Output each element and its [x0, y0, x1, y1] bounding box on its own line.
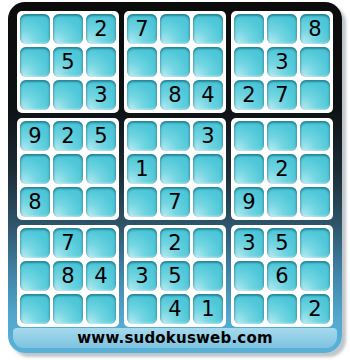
cell-r1c9[interactable]: 8 — [300, 14, 330, 44]
cell-r5c5[interactable] — [160, 154, 190, 184]
box-2-1: 9258 — [17, 118, 119, 220]
cell-r8c3[interactable]: 4 — [86, 261, 116, 291]
cell-r6c6[interactable] — [193, 187, 223, 217]
cell-r4c3[interactable]: 5 — [86, 121, 116, 151]
cell-r1c5[interactable] — [160, 14, 190, 44]
given-digit: 4 — [168, 299, 181, 320]
cell-r6c9[interactable] — [300, 187, 330, 217]
given-digit: 9 — [28, 126, 41, 147]
cell-r2c8[interactable]: 3 — [267, 47, 297, 77]
cell-r9c1[interactable] — [20, 294, 50, 324]
given-digit: 8 — [168, 85, 181, 106]
box-2-2: 317 — [124, 118, 226, 220]
cell-r2c4[interactable] — [127, 47, 157, 77]
cell-r7c3[interactable] — [86, 228, 116, 258]
footer-bar: www.sudokusweb.com — [13, 328, 337, 348]
cell-r5c3[interactable] — [86, 154, 116, 184]
page: 2537848327925831729784235413562 www.sudo… — [0, 0, 350, 360]
given-digit: 5 — [275, 233, 288, 254]
given-digit: 7 — [168, 192, 181, 213]
cell-r4c6[interactable]: 3 — [193, 121, 223, 151]
cell-r3c9[interactable] — [300, 80, 330, 110]
cell-r5c8[interactable]: 2 — [267, 154, 297, 184]
cell-r7c7[interactable]: 3 — [234, 228, 264, 258]
cell-r3c5[interactable]: 8 — [160, 80, 190, 110]
given-digit: 9 — [242, 192, 255, 213]
cell-r5c1[interactable] — [20, 154, 50, 184]
cell-r7c5[interactable]: 2 — [160, 228, 190, 258]
given-digit: 3 — [275, 52, 288, 73]
cell-r9c3[interactable] — [86, 294, 116, 324]
given-digit: 7 — [135, 19, 148, 40]
cell-r4c5[interactable] — [160, 121, 190, 151]
site-url[interactable]: www.sudokusweb.com — [77, 329, 272, 347]
cell-r7c1[interactable] — [20, 228, 50, 258]
given-digit: 2 — [308, 299, 321, 320]
cell-r6c2[interactable] — [53, 187, 83, 217]
box-1-3: 8327 — [231, 11, 333, 113]
sudoku-board: 2537848327925831729784235413562 www.sudo… — [8, 2, 342, 353]
cell-r2c1[interactable] — [20, 47, 50, 77]
cell-r2c3[interactable] — [86, 47, 116, 77]
cell-r4c9[interactable] — [300, 121, 330, 151]
cell-r3c7[interactable]: 2 — [234, 80, 264, 110]
cell-r2c2[interactable]: 5 — [53, 47, 83, 77]
given-digit: 3 — [94, 85, 107, 106]
cell-r9c8[interactable] — [267, 294, 297, 324]
cell-r6c8[interactable] — [267, 187, 297, 217]
cell-r9c5[interactable]: 4 — [160, 294, 190, 324]
cell-r1c2[interactable] — [53, 14, 83, 44]
boxes: 2537848327925831729784235413562 — [17, 11, 333, 327]
given-digit: 8 — [61, 266, 74, 287]
given-digit: 5 — [61, 52, 74, 73]
cell-r5c7[interactable] — [234, 154, 264, 184]
given-digit: 2 — [275, 159, 288, 180]
given-digit: 3 — [135, 266, 148, 287]
cell-r6c1[interactable]: 8 — [20, 187, 50, 217]
given-digit: 8 — [28, 192, 41, 213]
cell-r6c4[interactable] — [127, 187, 157, 217]
box-3-3: 3562 — [231, 225, 333, 327]
cell-r2c7[interactable] — [234, 47, 264, 77]
cell-r5c2[interactable] — [53, 154, 83, 184]
given-digit: 2 — [94, 19, 107, 40]
cell-r5c9[interactable] — [300, 154, 330, 184]
given-digit: 2 — [242, 85, 255, 106]
cell-r1c8[interactable] — [267, 14, 297, 44]
box-2-3: 29 — [231, 118, 333, 220]
cell-r8c1[interactable] — [20, 261, 50, 291]
cell-r6c7[interactable]: 9 — [234, 187, 264, 217]
cell-r4c4[interactable] — [127, 121, 157, 151]
cell-r7c4[interactable] — [127, 228, 157, 258]
cell-r9c7[interactable] — [234, 294, 264, 324]
cell-r7c2[interactable]: 7 — [53, 228, 83, 258]
cell-r4c2[interactable]: 2 — [53, 121, 83, 151]
box-1-1: 253 — [17, 11, 119, 113]
cell-r1c6[interactable] — [193, 14, 223, 44]
cell-r7c8[interactable]: 5 — [267, 228, 297, 258]
cell-r6c5[interactable]: 7 — [160, 187, 190, 217]
cell-r5c6[interactable] — [193, 154, 223, 184]
cell-r1c1[interactable] — [20, 14, 50, 44]
given-digit: 1 — [201, 299, 214, 320]
cell-r3c1[interactable] — [20, 80, 50, 110]
box-3-2: 23541 — [124, 225, 226, 327]
given-digit: 7 — [61, 233, 74, 254]
cell-r1c7[interactable] — [234, 14, 264, 44]
given-digit: 4 — [201, 85, 214, 106]
given-digit: 5 — [94, 126, 107, 147]
cell-r3c3[interactable]: 3 — [86, 80, 116, 110]
cell-r1c3[interactable]: 2 — [86, 14, 116, 44]
cell-r8c4[interactable]: 3 — [127, 261, 157, 291]
cell-r4c1[interactable]: 9 — [20, 121, 50, 151]
cell-r5c4[interactable]: 1 — [127, 154, 157, 184]
given-digit: 1 — [135, 159, 148, 180]
cell-r3c4[interactable] — [127, 80, 157, 110]
box-3-1: 784 — [17, 225, 119, 327]
box-1-2: 784 — [124, 11, 226, 113]
cell-r3c8[interactable]: 7 — [267, 80, 297, 110]
cell-r8c7[interactable] — [234, 261, 264, 291]
cell-r8c6[interactable] — [193, 261, 223, 291]
given-digit: 5 — [168, 266, 181, 287]
cell-r7c9[interactable] — [300, 228, 330, 258]
cell-r9c9[interactable]: 2 — [300, 294, 330, 324]
cell-r1c4[interactable]: 7 — [127, 14, 157, 44]
cell-r9c4[interactable] — [127, 294, 157, 324]
given-digit: 6 — [275, 266, 288, 287]
cell-r4c8[interactable] — [267, 121, 297, 151]
cell-r7c6[interactable] — [193, 228, 223, 258]
cell-r3c2[interactable] — [53, 80, 83, 110]
cell-r3c6[interactable]: 4 — [193, 80, 223, 110]
given-digit: 3 — [242, 233, 255, 254]
given-digit: 4 — [94, 266, 107, 287]
cell-r8c2[interactable]: 8 — [53, 261, 83, 291]
cell-r9c2[interactable] — [53, 294, 83, 324]
cell-r8c8[interactable]: 6 — [267, 261, 297, 291]
cell-r8c5[interactable]: 5 — [160, 261, 190, 291]
given-digit: 3 — [201, 126, 214, 147]
cell-r2c5[interactable] — [160, 47, 190, 77]
given-digit: 2 — [61, 126, 74, 147]
given-digit: 2 — [168, 233, 181, 254]
cell-r2c6[interactable] — [193, 47, 223, 77]
cell-r9c6[interactable]: 1 — [193, 294, 223, 324]
given-digit: 8 — [308, 19, 321, 40]
cell-r6c3[interactable] — [86, 187, 116, 217]
cell-r4c7[interactable] — [234, 121, 264, 151]
given-digit: 7 — [275, 85, 288, 106]
cell-r2c9[interactable] — [300, 47, 330, 77]
cell-r8c9[interactable] — [300, 261, 330, 291]
